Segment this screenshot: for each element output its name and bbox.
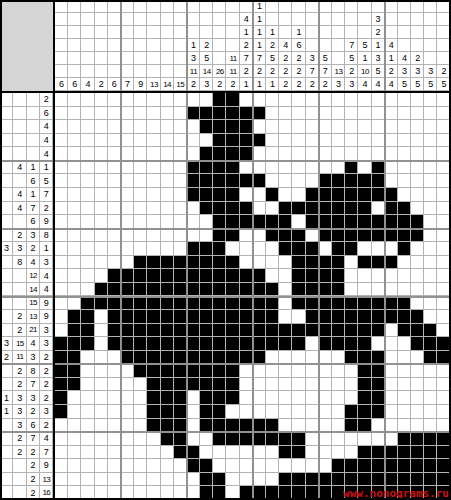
grid-cell-r14c1[interactable] [55, 269, 68, 283]
grid-cell-r11c21[interactable] [319, 229, 332, 243]
grid-cell-r29c18[interactable] [279, 473, 292, 487]
grid-cell-r30c12[interactable] [200, 486, 213, 500]
grid-cell-r14c12[interactable] [200, 269, 213, 283]
grid-cell-r12c20[interactable] [306, 242, 319, 256]
grid-cell-r11c4[interactable] [95, 229, 108, 243]
grid-cell-r18c8[interactable] [147, 324, 160, 338]
grid-cell-r10c7[interactable] [134, 215, 147, 229]
grid-cell-r19c22[interactable] [332, 337, 345, 351]
grid-cell-r19c25[interactable] [372, 337, 385, 351]
grid-cell-r5c27[interactable] [398, 147, 411, 161]
grid-cell-r21c26[interactable] [385, 364, 398, 378]
grid-cell-r17c20[interactable] [306, 310, 319, 324]
grid-cell-r5c8[interactable] [147, 147, 160, 161]
grid-cell-r6c2[interactable] [68, 161, 81, 175]
grid-cell-r11c6[interactable] [121, 229, 134, 243]
grid-cell-r28c23[interactable] [345, 459, 358, 473]
grid-cell-r8c19[interactable] [292, 188, 305, 202]
grid-cell-r11c17[interactable] [266, 229, 279, 243]
grid-cell-r28c15[interactable] [240, 459, 253, 473]
grid-cell-r5c29[interactable] [424, 147, 437, 161]
grid-cell-r30c21[interactable] [319, 486, 332, 500]
grid-cell-r9c14[interactable] [226, 202, 239, 216]
grid-cell-r7c4[interactable] [95, 174, 108, 188]
grid-cell-r7c6[interactable] [121, 174, 134, 188]
grid-cell-r20c14[interactable] [226, 351, 239, 365]
grid-cell-r2c20[interactable] [306, 107, 319, 121]
grid-cell-r26c20[interactable] [306, 432, 319, 446]
grid-cell-r18c16[interactable] [253, 324, 266, 338]
grid-cell-r10c26[interactable] [385, 215, 398, 229]
grid-cell-r7c24[interactable] [358, 174, 371, 188]
grid-cell-r3c23[interactable] [345, 120, 358, 134]
grid-cell-r17c6[interactable] [121, 310, 134, 324]
grid-cell-r24c1[interactable] [55, 405, 68, 419]
grid-cell-r3c9[interactable] [161, 120, 174, 134]
grid-cell-r26c26[interactable] [385, 432, 398, 446]
grid-cell-r18c13[interactable] [213, 324, 226, 338]
grid-cell-r2c25[interactable] [372, 107, 385, 121]
grid-cell-r19c14[interactable] [226, 337, 239, 351]
grid-cell-r30c4[interactable] [95, 486, 108, 500]
grid-cell-r26c4[interactable] [95, 432, 108, 446]
grid-cell-r6c9[interactable] [161, 161, 174, 175]
grid-cell-r12c22[interactable] [332, 242, 345, 256]
grid-cell-r3c20[interactable] [306, 120, 319, 134]
grid-cell-r6c11[interactable] [187, 161, 200, 175]
grid-cell-r8c11[interactable] [187, 188, 200, 202]
grid-cell-r13c24[interactable] [358, 256, 371, 270]
grid-cell-r25c17[interactable] [266, 419, 279, 433]
grid-cell-r22c17[interactable] [266, 378, 279, 392]
grid-cell-r28c19[interactable] [292, 459, 305, 473]
grid-cell-r5c10[interactable] [174, 147, 187, 161]
grid-cell-r18c15[interactable] [240, 324, 253, 338]
grid-cell-r11c15[interactable] [240, 229, 253, 243]
grid-cell-r28c27[interactable] [398, 459, 411, 473]
grid-cell-r26c11[interactable] [187, 432, 200, 446]
grid-cell-r18c28[interactable] [411, 324, 424, 338]
grid-cell-r12c29[interactable] [424, 242, 437, 256]
grid-cell-r25c19[interactable] [292, 419, 305, 433]
grid-cell-r21c20[interactable] [306, 364, 319, 378]
grid-cell-r30c2[interactable] [68, 486, 81, 500]
grid-cell-r8c1[interactable] [55, 188, 68, 202]
grid-cell-r5c1[interactable] [55, 147, 68, 161]
grid-cell-r16c19[interactable] [292, 296, 305, 310]
grid-cell-r27c22[interactable] [332, 446, 345, 460]
grid-cell-r13c12[interactable] [200, 256, 213, 270]
grid-cell-r2c23[interactable] [345, 107, 358, 121]
grid-cell-r13c21[interactable] [319, 256, 332, 270]
grid-cell-r7c16[interactable] [253, 174, 266, 188]
grid-cell-r3c25[interactable] [372, 120, 385, 134]
grid-cell-r16c4[interactable] [95, 296, 108, 310]
grid-cell-r9c28[interactable] [411, 202, 424, 216]
grid-cell-r29c8[interactable] [147, 473, 160, 487]
grid-cell-r2c9[interactable] [161, 107, 174, 121]
grid-cell-r27c15[interactable] [240, 446, 253, 460]
grid-cell-r1c18[interactable] [279, 93, 292, 107]
grid-cell-r15c17[interactable] [266, 283, 279, 297]
grid-cell-r8c5[interactable] [108, 188, 121, 202]
grid-cell-r15c11[interactable] [187, 283, 200, 297]
grid-cell-r15c28[interactable] [411, 283, 424, 297]
grid-cell-r29c13[interactable] [213, 473, 226, 487]
grid-cell-r23c21[interactable] [319, 391, 332, 405]
grid-cell-r16c14[interactable] [226, 296, 239, 310]
grid-cell-r24c15[interactable] [240, 405, 253, 419]
grid-cell-r8c16[interactable] [253, 188, 266, 202]
grid-cell-r13c28[interactable] [411, 256, 424, 270]
grid-cell-r4c13[interactable] [213, 134, 226, 148]
grid-cell-r13c1[interactable] [55, 256, 68, 270]
grid-cell-r13c14[interactable] [226, 256, 239, 270]
grid-cell-r15c18[interactable] [279, 283, 292, 297]
grid-cell-r6c22[interactable] [332, 161, 345, 175]
grid-cell-r28c11[interactable] [187, 459, 200, 473]
grid-cell-r28c24[interactable] [358, 459, 371, 473]
grid-cell-r27c21[interactable] [319, 446, 332, 460]
grid-cell-r24c20[interactable] [306, 405, 319, 419]
grid-cell-r20c7[interactable] [134, 351, 147, 365]
grid-cell-r23c10[interactable] [174, 391, 187, 405]
grid-cell-r11c28[interactable] [411, 229, 424, 243]
grid-cell-r12c4[interactable] [95, 242, 108, 256]
grid-cell-r9c24[interactable] [358, 202, 371, 216]
grid-cell-r26c15[interactable] [240, 432, 253, 446]
grid-cell-r2c18[interactable] [279, 107, 292, 121]
grid-cell-r7c11[interactable] [187, 174, 200, 188]
grid-cell-r18c26[interactable] [385, 324, 398, 338]
grid-cell-r12c25[interactable] [372, 242, 385, 256]
grid-cell-r2c24[interactable] [358, 107, 371, 121]
grid-cell-r12c26[interactable] [385, 242, 398, 256]
grid-cell-r26c21[interactable] [319, 432, 332, 446]
grid-cell-r3c8[interactable] [147, 120, 160, 134]
grid-cell-r9c17[interactable] [266, 202, 279, 216]
grid-cell-r18c25[interactable] [372, 324, 385, 338]
grid-cell-r25c11[interactable] [187, 419, 200, 433]
grid-cell-r29c25[interactable] [372, 473, 385, 487]
grid-cell-r11c13[interactable] [213, 229, 226, 243]
grid-cell-r25c15[interactable] [240, 419, 253, 433]
grid-cell-r5c2[interactable] [68, 147, 81, 161]
grid-cell-r26c2[interactable] [68, 432, 81, 446]
grid-cell-r2c6[interactable] [121, 107, 134, 121]
grid-cell-r14c18[interactable] [279, 269, 292, 283]
grid-cell-r10c6[interactable] [121, 215, 134, 229]
grid-cell-r12c30[interactable] [437, 242, 450, 256]
grid-cell-r25c5[interactable] [108, 419, 121, 433]
grid-cell-r15c19[interactable] [292, 283, 305, 297]
grid-cell-r6c10[interactable] [174, 161, 187, 175]
grid-cell-r5c12[interactable] [200, 147, 213, 161]
grid-cell-r14c26[interactable] [385, 269, 398, 283]
grid-cell-r14c4[interactable] [95, 269, 108, 283]
grid-cell-r13c4[interactable] [95, 256, 108, 270]
grid-cell-r8c27[interactable] [398, 188, 411, 202]
grid-cell-r9c29[interactable] [424, 202, 437, 216]
grid-cell-r24c16[interactable] [253, 405, 266, 419]
grid-cell-r19c27[interactable] [398, 337, 411, 351]
grid-cell-r19c12[interactable] [200, 337, 213, 351]
grid-cell-r16c27[interactable] [398, 296, 411, 310]
grid-cell-r11c22[interactable] [332, 229, 345, 243]
grid-cell-r24c13[interactable] [213, 405, 226, 419]
grid-cell-r29c16[interactable] [253, 473, 266, 487]
grid-cell-r17c4[interactable] [95, 310, 108, 324]
grid-cell-r3c26[interactable] [385, 120, 398, 134]
grid-cell-r8c21[interactable] [319, 188, 332, 202]
grid-cell-r2c30[interactable] [437, 107, 450, 121]
grid-cell-r26c18[interactable] [279, 432, 292, 446]
grid-cell-r7c29[interactable] [424, 174, 437, 188]
grid-cell-r23c8[interactable] [147, 391, 160, 405]
grid-cell-r3c15[interactable] [240, 120, 253, 134]
grid-cell-r22c21[interactable] [319, 378, 332, 392]
grid-cell-r24c6[interactable] [121, 405, 134, 419]
grid-cell-r9c9[interactable] [161, 202, 174, 216]
grid-cell-r7c17[interactable] [266, 174, 279, 188]
grid-cell-r12c8[interactable] [147, 242, 160, 256]
grid-cell-r23c26[interactable] [385, 391, 398, 405]
grid-cell-r6c20[interactable] [306, 161, 319, 175]
grid-cell-r26c10[interactable] [174, 432, 187, 446]
grid-cell-r19c21[interactable] [319, 337, 332, 351]
grid-cell-r6c5[interactable] [108, 161, 121, 175]
grid-cell-r5c17[interactable] [266, 147, 279, 161]
grid-cell-r1c16[interactable] [253, 93, 266, 107]
grid-cell-r23c5[interactable] [108, 391, 121, 405]
grid-cell-r20c30[interactable] [437, 351, 450, 365]
grid-cell-r5c14[interactable] [226, 147, 239, 161]
grid-cell-r17c10[interactable] [174, 310, 187, 324]
grid-cell-r28c30[interactable] [437, 459, 450, 473]
grid-cell-r7c5[interactable] [108, 174, 121, 188]
grid-cell-r30c19[interactable] [292, 486, 305, 500]
grid-cell-r4c17[interactable] [266, 134, 279, 148]
grid-cell-r6c28[interactable] [411, 161, 424, 175]
grid-cell-r24c2[interactable] [68, 405, 81, 419]
grid-cell-r4c25[interactable] [372, 134, 385, 148]
grid-cell-r9c20[interactable] [306, 202, 319, 216]
grid-cell-r29c19[interactable] [292, 473, 305, 487]
grid-cell-r8c22[interactable] [332, 188, 345, 202]
grid-cell-r11c5[interactable] [108, 229, 121, 243]
grid-cell-r22c14[interactable] [226, 378, 239, 392]
grid-cell-r17c19[interactable] [292, 310, 305, 324]
grid-cell-r8c26[interactable] [385, 188, 398, 202]
grid-cell-r11c1[interactable] [55, 229, 68, 243]
grid-cell-r13c29[interactable] [424, 256, 437, 270]
grid-cell-r28c16[interactable] [253, 459, 266, 473]
grid-cell-r5c25[interactable] [372, 147, 385, 161]
grid-cell-r22c27[interactable] [398, 378, 411, 392]
grid-cell-r23c15[interactable] [240, 391, 253, 405]
grid-cell-r27c17[interactable] [266, 446, 279, 460]
grid-cell-r13c16[interactable] [253, 256, 266, 270]
grid-cell-r9c16[interactable] [253, 202, 266, 216]
grid-cell-r25c20[interactable] [306, 419, 319, 433]
grid-cell-r21c10[interactable] [174, 364, 187, 378]
grid-cell-r30c3[interactable] [81, 486, 94, 500]
grid-cell-r25c22[interactable] [332, 419, 345, 433]
grid-cell-r10c17[interactable] [266, 215, 279, 229]
grid-cell-r12c23[interactable] [345, 242, 358, 256]
grid-cell-r23c25[interactable] [372, 391, 385, 405]
grid-cell-r2c1[interactable] [55, 107, 68, 121]
grid-cell-r16c30[interactable] [437, 296, 450, 310]
grid-cell-r11c26[interactable] [385, 229, 398, 243]
grid-cell-r18c1[interactable] [55, 324, 68, 338]
grid-cell-r29c5[interactable] [108, 473, 121, 487]
grid-cell-r22c2[interactable] [68, 378, 81, 392]
grid-cell-r7c1[interactable] [55, 174, 68, 188]
grid-cell-r15c30[interactable] [437, 283, 450, 297]
grid-cell-r27c16[interactable] [253, 446, 266, 460]
grid-cell-r13c5[interactable] [108, 256, 121, 270]
grid-cell-r10c15[interactable] [240, 215, 253, 229]
grid-cell-r30c6[interactable] [121, 486, 134, 500]
grid-cell-r23c4[interactable] [95, 391, 108, 405]
grid-cell-r3c14[interactable] [226, 120, 239, 134]
grid-cell-r9c1[interactable] [55, 202, 68, 216]
grid-cell-r30c18[interactable] [279, 486, 292, 500]
grid-cell-r8c15[interactable] [240, 188, 253, 202]
grid-cell-r27c3[interactable] [81, 446, 94, 460]
grid-cell-r18c29[interactable] [424, 324, 437, 338]
grid-cell-r18c21[interactable] [319, 324, 332, 338]
grid-cell-r20c8[interactable] [147, 351, 160, 365]
grid-cell-r4c22[interactable] [332, 134, 345, 148]
grid-cell-r24c14[interactable] [226, 405, 239, 419]
grid-cell-r15c8[interactable] [147, 283, 160, 297]
grid-cell-r27c5[interactable] [108, 446, 121, 460]
grid-cell-r23c17[interactable] [266, 391, 279, 405]
grid-cell-r20c10[interactable] [174, 351, 187, 365]
grid-cell-r4c28[interactable] [411, 134, 424, 148]
grid-cell-r30c17[interactable] [266, 486, 279, 500]
grid-cell-r2c5[interactable] [108, 107, 121, 121]
grid-cell-r9c12[interactable] [200, 202, 213, 216]
grid-cell-r27c26[interactable] [385, 446, 398, 460]
grid-cell-r5c21[interactable] [319, 147, 332, 161]
grid-cell-r18c30[interactable] [437, 324, 450, 338]
grid-cell-r24c27[interactable] [398, 405, 411, 419]
grid-cell-r27c6[interactable] [121, 446, 134, 460]
grid-cell-r29c29[interactable] [424, 473, 437, 487]
grid-cell-r2c13[interactable] [213, 107, 226, 121]
grid-cell-r23c2[interactable] [68, 391, 81, 405]
grid-cell-r17c26[interactable] [385, 310, 398, 324]
grid-cell-r6c27[interactable] [398, 161, 411, 175]
grid-cell-r18c24[interactable] [358, 324, 371, 338]
grid-cell-r1c14[interactable] [226, 93, 239, 107]
grid-cell-r16c12[interactable] [200, 296, 213, 310]
grid-cell-r1c28[interactable] [411, 93, 424, 107]
grid-cell-r27c13[interactable] [213, 446, 226, 460]
grid-cell-r3c10[interactable] [174, 120, 187, 134]
grid-cell-r20c16[interactable] [253, 351, 266, 365]
grid-cell-r17c28[interactable] [411, 310, 424, 324]
grid-cell-r21c7[interactable] [134, 364, 147, 378]
grid-cell-r15c6[interactable] [121, 283, 134, 297]
grid-cell-r25c29[interactable] [424, 419, 437, 433]
grid-cell-r16c29[interactable] [424, 296, 437, 310]
grid-cell-r28c4[interactable] [95, 459, 108, 473]
grid-cell-r22c3[interactable] [81, 378, 94, 392]
grid-cell-r25c8[interactable] [147, 419, 160, 433]
grid-cell-r27c9[interactable] [161, 446, 174, 460]
grid-cell-r21c16[interactable] [253, 364, 266, 378]
grid-cell-r2c29[interactable] [424, 107, 437, 121]
grid-cell-r21c30[interactable] [437, 364, 450, 378]
grid-cell-r7c3[interactable] [81, 174, 94, 188]
grid-cell-r8c2[interactable] [68, 188, 81, 202]
grid-cell-r19c19[interactable] [292, 337, 305, 351]
grid-cell-r22c23[interactable] [345, 378, 358, 392]
grid-cell-r17c24[interactable] [358, 310, 371, 324]
grid-cell-r19c28[interactable] [411, 337, 424, 351]
grid-cell-r14c14[interactable] [226, 269, 239, 283]
grid-cell-r30c20[interactable] [306, 486, 319, 500]
grid-cell-r8c3[interactable] [81, 188, 94, 202]
grid-cell-r27c2[interactable] [68, 446, 81, 460]
grid-cell-r12c9[interactable] [161, 242, 174, 256]
grid-cell-r26c19[interactable] [292, 432, 305, 446]
grid-cell-r2c2[interactable] [68, 107, 81, 121]
grid-cell-r14c3[interactable] [81, 269, 94, 283]
grid-cell-r25c21[interactable] [319, 419, 332, 433]
grid-cell-r12c27[interactable] [398, 242, 411, 256]
grid-cell-r21c23[interactable] [345, 364, 358, 378]
grid-cell-r3c4[interactable] [95, 120, 108, 134]
grid-cell-r10c27[interactable] [398, 215, 411, 229]
grid-cell-r15c21[interactable] [319, 283, 332, 297]
grid-cell-r6c6[interactable] [121, 161, 134, 175]
grid-cell-r1c2[interactable] [68, 93, 81, 107]
grid-cell-r3c28[interactable] [411, 120, 424, 134]
grid-cell-r22c12[interactable] [200, 378, 213, 392]
grid-cell-r4c7[interactable] [134, 134, 147, 148]
grid-cell-r3c2[interactable] [68, 120, 81, 134]
grid-cell-r21c6[interactable] [121, 364, 134, 378]
grid-cell-r16c28[interactable] [411, 296, 424, 310]
grid-cell-r19c4[interactable] [95, 337, 108, 351]
grid-cell-r29c27[interactable] [398, 473, 411, 487]
grid-cell-r9c11[interactable] [187, 202, 200, 216]
grid-cell-r1c25[interactable] [372, 93, 385, 107]
grid-cell-r26c6[interactable] [121, 432, 134, 446]
grid-cell-r11c19[interactable] [292, 229, 305, 243]
grid-cell-r1c9[interactable] [161, 93, 174, 107]
grid-cell-r2c7[interactable] [134, 107, 147, 121]
grid-cell-r21c8[interactable] [147, 364, 160, 378]
grid-cell-r25c16[interactable] [253, 419, 266, 433]
grid-cell-r1c7[interactable] [134, 93, 147, 107]
grid-cell-r20c29[interactable] [424, 351, 437, 365]
grid-cell-r26c16[interactable] [253, 432, 266, 446]
grid-cell-r27c23[interactable] [345, 446, 358, 460]
grid-cell-r21c1[interactable] [55, 364, 68, 378]
grid-cell-r4c8[interactable] [147, 134, 160, 148]
grid-cell-r19c6[interactable] [121, 337, 134, 351]
grid-cell-r22c15[interactable] [240, 378, 253, 392]
grid-cell-r3c30[interactable] [437, 120, 450, 134]
grid-cell-r13c7[interactable] [134, 256, 147, 270]
grid-cell-r10c2[interactable] [68, 215, 81, 229]
